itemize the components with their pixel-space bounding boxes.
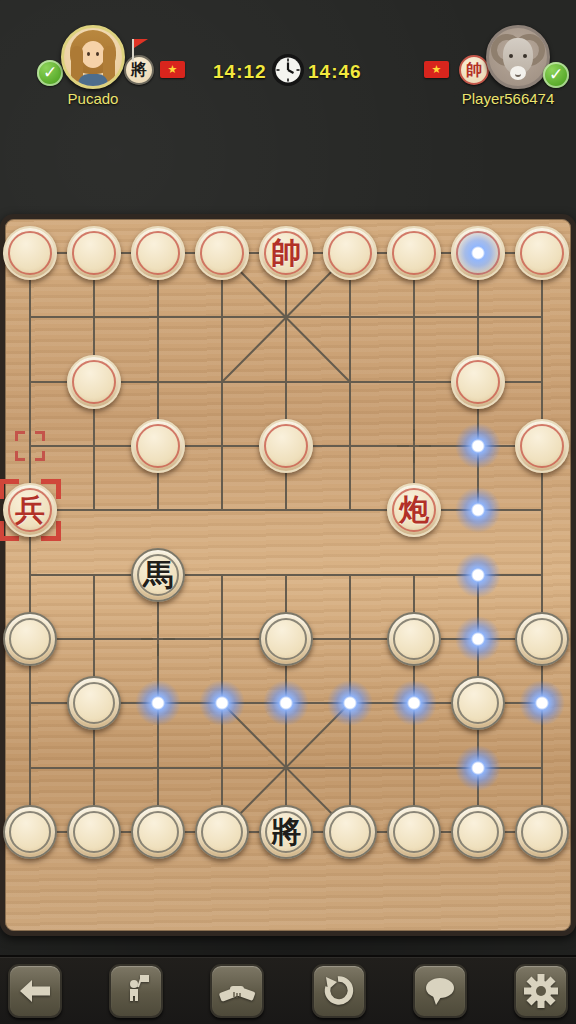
side-badge-black-general: 將 (124, 55, 154, 85)
piece-character: 將 (261, 807, 311, 857)
last-move-from-marker (15, 431, 45, 461)
vietnam-flag-left: ★ (160, 61, 185, 78)
ram-eye (523, 54, 527, 58)
avatar-face (81, 41, 105, 68)
piece-red-hidden[interactable] (67, 355, 121, 409)
piece-red-hidden[interactable] (131, 226, 185, 280)
move-dot[interactable] (135, 680, 181, 726)
player-left-time: 14:12 (213, 61, 267, 83)
xiangqi-board: 帥兵炮馬將 (0, 214, 576, 936)
piece-red-hidden[interactable] (67, 226, 121, 280)
bottom-toolbar (0, 955, 576, 1024)
piece-red-hidden[interactable] (259, 419, 313, 473)
move-dot[interactable] (519, 680, 565, 726)
piece-black-hidden[interactable] (67, 676, 121, 730)
piece-black-hidden[interactable] (387, 805, 441, 859)
chat-button[interactable] (413, 964, 467, 1018)
piece-red-hidden[interactable] (3, 226, 57, 280)
draw-offer-button[interactable] (210, 964, 264, 1018)
piece-character: 兵 (5, 485, 55, 535)
undo-button[interactable] (312, 964, 366, 1018)
crosshair-marker (141, 622, 175, 656)
player-right-name: Player566474 (428, 90, 576, 107)
move-dot[interactable] (455, 423, 501, 469)
player-right-avatar[interactable] (486, 25, 550, 89)
settings-button[interactable] (514, 964, 568, 1018)
piece-black-hidden[interactable] (3, 805, 57, 859)
resign-flag-icon (118, 973, 154, 1009)
piece-character: 馬 (133, 550, 183, 600)
move-dot[interactable] (199, 680, 245, 726)
top-bar: ✓ 將 ★ Pucado 14:12 14:46 ★ 帥 (0, 0, 576, 126)
piece-black-hidden[interactable] (515, 612, 569, 666)
resign-button[interactable] (109, 964, 163, 1018)
piece-black-hidden[interactable] (451, 676, 505, 730)
flag-pennant-icon (134, 39, 148, 48)
undo-arrow-icon (321, 973, 357, 1009)
piece-black-general[interactable]: 將 (259, 805, 313, 859)
piece-red-hidden[interactable] (131, 419, 185, 473)
piece-red-hidden[interactable] (515, 419, 569, 473)
piece-black-hidden[interactable] (323, 805, 377, 859)
avatar-shirt (78, 74, 108, 89)
piece-red-hidden[interactable] (323, 226, 377, 280)
piece-black-hidden[interactable] (387, 612, 441, 666)
move-dot[interactable] (263, 680, 309, 726)
piece-black-hidden[interactable] (259, 612, 313, 666)
ram-snout (510, 66, 526, 80)
handshake-icon (218, 972, 256, 1010)
piece-black-hidden[interactable] (195, 805, 249, 859)
game-screen: ✓ 將 ★ Pucado 14:12 14:46 ★ 帥 (0, 0, 576, 1024)
move-dot[interactable] (455, 487, 501, 533)
ready-check-right: ✓ (543, 62, 569, 88)
move-dot[interactable] (455, 745, 501, 791)
ready-check-left: ✓ (37, 60, 63, 86)
board-pieces-layer: 帥兵炮馬將 (0, 214, 576, 936)
piece-red-cannon[interactable]: 炮 (387, 483, 441, 537)
player-right-time: 14:46 (308, 61, 362, 83)
chat-bubble-icon (422, 973, 458, 1009)
move-dot[interactable] (391, 680, 437, 726)
piece-black-horse[interactable]: 馬 (131, 548, 185, 602)
side-badge-red-general: 帥 (459, 55, 489, 85)
piece-red-general[interactable]: 帥 (259, 226, 313, 280)
move-dot[interactable] (455, 616, 501, 662)
piece-black-hidden[interactable] (67, 805, 121, 859)
avatar-eye (87, 52, 90, 56)
piece-character: 帥 (261, 228, 311, 278)
crosshair-marker (397, 429, 431, 463)
move-dot[interactable] (455, 552, 501, 598)
piece-character: 炮 (389, 485, 439, 535)
move-dot[interactable] (327, 680, 373, 726)
gear-icon (522, 972, 560, 1010)
piece-black-hidden[interactable] (515, 805, 569, 859)
player-left-avatar[interactable] (61, 25, 125, 89)
avatar-eye (96, 52, 99, 56)
clock-icon (271, 53, 305, 87)
back-button[interactable] (8, 964, 62, 1018)
player-left-name: Pucado (13, 90, 173, 107)
piece-red-soldier[interactable]: 兵 (3, 483, 57, 537)
capture-move-dot[interactable] (455, 230, 501, 276)
piece-red-hidden[interactable] (515, 226, 569, 280)
piece-red-hidden[interactable] (387, 226, 441, 280)
piece-red-hidden[interactable] (195, 226, 249, 280)
piece-black-hidden[interactable] (451, 805, 505, 859)
back-arrow-icon (17, 973, 53, 1009)
piece-red-hidden[interactable] (451, 355, 505, 409)
vietnam-flag-right: ★ (424, 61, 449, 78)
piece-black-hidden[interactable] (131, 805, 185, 859)
ram-eye (509, 54, 513, 58)
piece-black-hidden[interactable] (3, 612, 57, 666)
